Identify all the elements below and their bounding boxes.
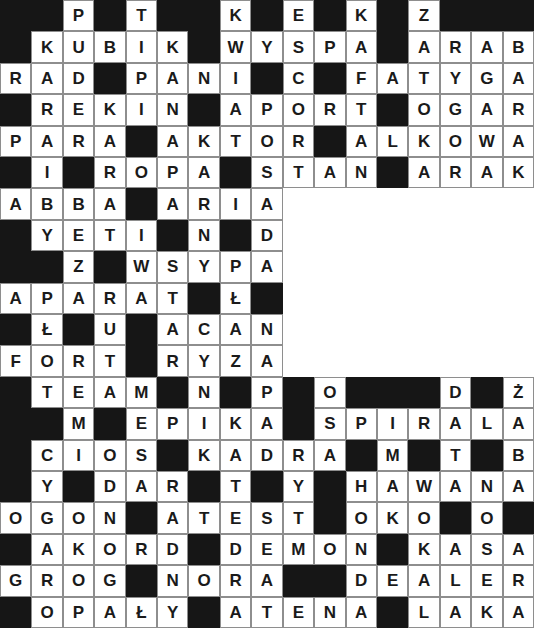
- letter-cell[interactable]: P: [314, 31, 345, 62]
- letter-cell[interactable]: A: [157, 502, 188, 533]
- void-area: [346, 251, 377, 282]
- letter-cell[interactable]: L: [471, 408, 502, 439]
- black-cell: [440, 0, 471, 31]
- letter-cell[interactable]: K: [408, 126, 439, 157]
- void-area: [471, 345, 502, 376]
- letter-cell[interactable]: A: [314, 440, 345, 471]
- letter-cell[interactable]: A: [220, 440, 251, 471]
- letter-cell[interactable]: Z: [220, 345, 251, 376]
- letter-cell[interactable]: S: [314, 408, 345, 439]
- void-area: [408, 220, 439, 251]
- letter-cell[interactable]: S: [471, 534, 502, 565]
- letter-cell[interactable]: W: [408, 471, 439, 502]
- void-area: [377, 188, 408, 219]
- letter-cell[interactable]: E: [63, 94, 94, 125]
- letter-cell[interactable]: D: [251, 440, 282, 471]
- letter-cell[interactable]: K: [346, 0, 377, 31]
- void-area: [377, 283, 408, 314]
- letter-cell[interactable]: D: [63, 63, 94, 94]
- letter-cell[interactable]: A: [157, 188, 188, 219]
- letter-cell[interactable]: A: [408, 157, 439, 188]
- letter-cell[interactable]: A: [251, 251, 282, 282]
- letter-cell[interactable]: A: [31, 63, 62, 94]
- void-area: [503, 314, 534, 345]
- letter-cell[interactable]: K: [408, 534, 439, 565]
- void-area: [440, 188, 471, 219]
- void-area: [346, 314, 377, 345]
- letter-cell[interactable]: E: [283, 0, 314, 31]
- black-cell: [377, 377, 408, 408]
- black-cell: [94, 63, 125, 94]
- black-cell: [188, 31, 219, 62]
- letter-cell[interactable]: R: [63, 126, 94, 157]
- letter-cell[interactable]: I: [63, 440, 94, 471]
- letter-cell[interactable]: A: [440, 534, 471, 565]
- letter-cell[interactable]: A: [440, 597, 471, 628]
- letter-cell[interactable]: A: [0, 188, 31, 219]
- letter-cell[interactable]: A: [503, 471, 534, 502]
- letter-cell[interactable]: P: [31, 283, 62, 314]
- letter-cell[interactable]: E: [220, 502, 251, 533]
- void-area: [377, 314, 408, 345]
- letter-cell[interactable]: N: [188, 377, 219, 408]
- letter-cell[interactable]: Z: [408, 0, 439, 31]
- letter-cell[interactable]: S: [157, 251, 188, 282]
- letter-cell[interactable]: A: [157, 63, 188, 94]
- letter-cell[interactable]: A: [94, 597, 125, 628]
- letter-cell[interactable]: B: [31, 188, 62, 219]
- black-cell: [188, 471, 219, 502]
- letter-cell[interactable]: A: [503, 126, 534, 157]
- letter-cell[interactable]: O: [63, 502, 94, 533]
- void-area: [283, 188, 314, 219]
- letter-cell[interactable]: G: [31, 502, 62, 533]
- letter-cell[interactable]: R: [440, 31, 471, 62]
- letter-cell[interactable]: B: [503, 31, 534, 62]
- letter-cell[interactable]: P: [251, 94, 282, 125]
- letter-cell[interactable]: P: [157, 408, 188, 439]
- letter-cell[interactable]: T: [94, 220, 125, 251]
- letter-cell[interactable]: O: [31, 597, 62, 628]
- letter-cell[interactable]: R: [157, 345, 188, 376]
- letter-cell[interactable]: C: [31, 440, 62, 471]
- letter-cell[interactable]: Z: [63, 251, 94, 282]
- void-area: [440, 314, 471, 345]
- void-area: [408, 314, 439, 345]
- letter-cell[interactable]: A: [471, 157, 502, 188]
- letter-cell[interactable]: T: [188, 502, 219, 533]
- black-cell: [157, 0, 188, 31]
- letter-cell[interactable]: R: [157, 471, 188, 502]
- letter-cell[interactable]: Ł: [126, 597, 157, 628]
- letter-cell[interactable]: G: [471, 63, 502, 94]
- letter-cell[interactable]: T: [220, 471, 251, 502]
- letter-cell[interactable]: P: [63, 0, 94, 31]
- black-cell: [31, 251, 62, 282]
- void-area: [314, 220, 345, 251]
- black-cell: [346, 377, 377, 408]
- black-cell: [251, 63, 282, 94]
- letter-cell[interactable]: A: [220, 597, 251, 628]
- letter-cell[interactable]: O: [408, 502, 439, 533]
- letter-cell[interactable]: Y: [440, 63, 471, 94]
- black-cell: [346, 440, 377, 471]
- letter-cell[interactable]: K: [220, 408, 251, 439]
- void-area: [346, 283, 377, 314]
- letter-cell[interactable]: T: [251, 597, 282, 628]
- letter-cell[interactable]: A: [503, 534, 534, 565]
- letter-cell[interactable]: Y: [251, 31, 282, 62]
- letter-cell[interactable]: T: [157, 283, 188, 314]
- letter-cell[interactable]: A: [157, 126, 188, 157]
- letter-cell[interactable]: O: [346, 502, 377, 533]
- black-cell: [408, 440, 439, 471]
- letter-cell[interactable]: I: [220, 63, 251, 94]
- letter-cell[interactable]: Y: [283, 471, 314, 502]
- letter-cell[interactable]: K: [188, 440, 219, 471]
- letter-cell[interactable]: I: [188, 408, 219, 439]
- letter-cell[interactable]: O: [251, 126, 282, 157]
- letter-cell[interactable]: Y: [188, 251, 219, 282]
- letter-cell[interactable]: Y: [31, 220, 62, 251]
- letter-cell[interactable]: A: [503, 63, 534, 94]
- letter-cell[interactable]: L: [440, 565, 471, 596]
- letter-cell[interactable]: N: [94, 502, 125, 533]
- letter-cell[interactable]: A: [251, 565, 282, 596]
- letter-cell[interactable]: L: [408, 597, 439, 628]
- letter-cell[interactable]: A: [251, 188, 282, 219]
- letter-cell[interactable]: W: [220, 31, 251, 62]
- letter-cell[interactable]: E: [471, 565, 502, 596]
- letter-cell[interactable]: H: [346, 471, 377, 502]
- letter-cell[interactable]: R: [94, 157, 125, 188]
- letter-cell[interactable]: E: [251, 534, 282, 565]
- letter-cell[interactable]: N: [346, 534, 377, 565]
- letter-cell[interactable]: A: [440, 408, 471, 439]
- black-cell: [283, 565, 314, 596]
- letter-cell[interactable]: Y: [188, 345, 219, 376]
- letter-cell[interactable]: D: [251, 220, 282, 251]
- letter-cell[interactable]: R: [440, 157, 471, 188]
- letter-cell[interactable]: F: [346, 63, 377, 94]
- letter-cell[interactable]: I: [31, 157, 62, 188]
- letter-cell[interactable]: A: [440, 471, 471, 502]
- letter-cell[interactable]: K: [157, 31, 188, 62]
- black-cell: [0, 31, 31, 62]
- letter-cell[interactable]: T: [31, 377, 62, 408]
- letter-cell[interactable]: N: [188, 220, 219, 251]
- letter-cell[interactable]: N: [157, 94, 188, 125]
- black-cell: [0, 251, 31, 282]
- letter-cell[interactable]: O: [94, 440, 125, 471]
- letter-cell[interactable]: A: [377, 63, 408, 94]
- black-cell: [220, 377, 251, 408]
- letter-cell[interactable]: T: [94, 345, 125, 376]
- letter-cell[interactable]: T: [283, 502, 314, 533]
- letter-cell[interactable]: A: [346, 126, 377, 157]
- void-area: [440, 345, 471, 376]
- black-cell: [377, 31, 408, 62]
- void-area: [377, 220, 408, 251]
- black-cell: [220, 157, 251, 188]
- letter-cell[interactable]: M: [63, 408, 94, 439]
- letter-cell[interactable]: N: [346, 157, 377, 188]
- letter-cell[interactable]: S: [283, 31, 314, 62]
- letter-cell[interactable]: C: [188, 314, 219, 345]
- letter-cell[interactable]: A: [94, 126, 125, 157]
- void-area: [346, 220, 377, 251]
- black-cell: [31, 0, 62, 31]
- letter-cell[interactable]: P: [346, 408, 377, 439]
- letter-cell[interactable]: G: [0, 565, 31, 596]
- letter-cell[interactable]: A: [314, 157, 345, 188]
- letter-cell[interactable]: P: [251, 377, 282, 408]
- letter-cell[interactable]: A: [94, 188, 125, 219]
- letter-cell[interactable]: I: [126, 94, 157, 125]
- letter-cell[interactable]: S: [251, 157, 282, 188]
- black-cell: [126, 565, 157, 596]
- black-cell: [471, 377, 502, 408]
- letter-cell[interactable]: U: [63, 31, 94, 62]
- black-cell: [251, 471, 282, 502]
- letter-cell[interactable]: R: [503, 94, 534, 125]
- letter-cell[interactable]: N: [314, 597, 345, 628]
- letter-cell[interactable]: N: [188, 63, 219, 94]
- letter-cell[interactable]: R: [31, 565, 62, 596]
- letter-cell[interactable]: D: [157, 534, 188, 565]
- letter-cell[interactable]: K: [220, 0, 251, 31]
- letter-cell[interactable]: Ł: [220, 283, 251, 314]
- letter-cell[interactable]: I: [126, 220, 157, 251]
- letter-cell[interactable]: W: [471, 126, 502, 157]
- letter-cell[interactable]: K: [377, 502, 408, 533]
- letter-cell[interactable]: D: [440, 377, 471, 408]
- letter-cell[interactable]: G: [94, 565, 125, 596]
- letter-cell[interactable]: R: [408, 408, 439, 439]
- black-cell: [188, 597, 219, 628]
- letter-cell[interactable]: A: [94, 377, 125, 408]
- black-cell: [94, 408, 125, 439]
- void-area: [377, 345, 408, 376]
- letter-cell[interactable]: O: [440, 126, 471, 157]
- letter-cell[interactable]: A: [503, 408, 534, 439]
- letter-cell[interactable]: R: [188, 188, 219, 219]
- letter-cell[interactable]: M: [377, 440, 408, 471]
- black-cell: [0, 314, 31, 345]
- black-cell: [0, 377, 31, 408]
- black-cell: [126, 345, 157, 376]
- letter-cell[interactable]: C: [283, 63, 314, 94]
- letter-cell[interactable]: A: [251, 345, 282, 376]
- letter-cell[interactable]: I: [377, 408, 408, 439]
- letter-cell[interactable]: U: [94, 314, 125, 345]
- letter-cell[interactable]: T: [220, 126, 251, 157]
- letter-cell[interactable]: O: [314, 534, 345, 565]
- void-area: [408, 251, 439, 282]
- letter-cell[interactable]: T: [440, 440, 471, 471]
- black-cell: [377, 0, 408, 31]
- letter-cell[interactable]: N: [157, 565, 188, 596]
- letter-cell[interactable]: Y: [157, 597, 188, 628]
- letter-cell[interactable]: A: [408, 31, 439, 62]
- void-area: [314, 345, 345, 376]
- letter-cell[interactable]: A: [251, 408, 282, 439]
- letter-cell[interactable]: I: [126, 31, 157, 62]
- letter-cell[interactable]: B: [63, 188, 94, 219]
- letter-cell[interactable]: A: [220, 94, 251, 125]
- letter-cell[interactable]: B: [503, 440, 534, 471]
- letter-cell[interactable]: A: [220, 314, 251, 345]
- letter-cell[interactable]: O: [408, 94, 439, 125]
- void-area: [408, 283, 439, 314]
- black-cell: [283, 377, 314, 408]
- letter-cell[interactable]: R: [220, 565, 251, 596]
- letter-cell[interactable]: M: [126, 377, 157, 408]
- letter-cell[interactable]: Ł: [31, 314, 62, 345]
- letter-cell[interactable]: O: [126, 157, 157, 188]
- letter-cell[interactable]: K: [94, 94, 125, 125]
- letter-cell[interactable]: P: [126, 63, 157, 94]
- letter-cell[interactable]: D: [220, 534, 251, 565]
- letter-cell[interactable]: A: [346, 597, 377, 628]
- letter-cell[interactable]: K: [63, 534, 94, 565]
- letter-cell[interactable]: A: [346, 31, 377, 62]
- black-cell: [471, 0, 502, 31]
- void-area: [346, 345, 377, 376]
- black-cell: [188, 534, 219, 565]
- black-cell: [408, 377, 439, 408]
- letter-cell[interactable]: N: [471, 471, 502, 502]
- black-cell: [0, 94, 31, 125]
- letter-cell[interactable]: A: [63, 283, 94, 314]
- letter-cell[interactable]: O: [471, 502, 502, 533]
- letter-cell[interactable]: M: [283, 534, 314, 565]
- letter-cell[interactable]: B: [94, 31, 125, 62]
- letter-cell[interactable]: A: [126, 471, 157, 502]
- letter-cell[interactable]: A: [157, 314, 188, 345]
- letter-cell[interactable]: R: [283, 440, 314, 471]
- letter-cell[interactable]: R: [94, 283, 125, 314]
- letter-cell[interactable]: F: [0, 345, 31, 376]
- black-cell: [0, 220, 31, 251]
- black-cell: [188, 0, 219, 31]
- black-cell: [126, 126, 157, 157]
- letter-cell[interactable]: R: [126, 534, 157, 565]
- black-cell: [63, 157, 94, 188]
- letter-cell[interactable]: Ż: [503, 377, 534, 408]
- void-area: [408, 345, 439, 376]
- letter-cell[interactable]: P: [63, 597, 94, 628]
- void-area: [440, 251, 471, 282]
- letter-cell[interactable]: A: [126, 283, 157, 314]
- void-area: [471, 251, 502, 282]
- black-cell: [157, 220, 188, 251]
- letter-cell[interactable]: L: [377, 126, 408, 157]
- letter-cell[interactable]: A: [408, 565, 439, 596]
- letter-cell[interactable]: Y: [31, 471, 62, 502]
- letter-cell[interactable]: A: [377, 471, 408, 502]
- black-cell: [314, 63, 345, 94]
- black-cell: [0, 534, 31, 565]
- letter-cell[interactable]: A: [31, 534, 62, 565]
- letter-cell[interactable]: R: [314, 94, 345, 125]
- letter-cell[interactable]: P: [220, 251, 251, 282]
- letter-cell[interactable]: E: [63, 377, 94, 408]
- letter-cell[interactable]: T: [408, 63, 439, 94]
- letter-cell[interactable]: N: [251, 314, 282, 345]
- letter-cell[interactable]: K: [471, 597, 502, 628]
- void-area: [408, 188, 439, 219]
- letter-cell[interactable]: K: [503, 157, 534, 188]
- letter-cell[interactable]: S: [126, 440, 157, 471]
- letter-cell[interactable]: R: [0, 63, 31, 94]
- letter-cell[interactable]: R: [31, 94, 62, 125]
- letter-cell[interactable]: A: [0, 283, 31, 314]
- letter-cell[interactable]: D: [94, 471, 125, 502]
- letter-cell[interactable]: O: [94, 534, 125, 565]
- letter-cell[interactable]: O: [63, 565, 94, 596]
- letter-cell[interactable]: W: [126, 251, 157, 282]
- black-cell: [63, 314, 94, 345]
- letter-cell[interactable]: E: [283, 597, 314, 628]
- letter-cell[interactable]: P: [0, 126, 31, 157]
- letter-cell[interactable]: E: [377, 565, 408, 596]
- black-cell: [314, 565, 345, 596]
- letter-cell[interactable]: T: [126, 0, 157, 31]
- void-area: [471, 220, 502, 251]
- letter-cell[interactable]: O: [188, 565, 219, 596]
- black-cell: [314, 471, 345, 502]
- letter-cell[interactable]: S: [251, 502, 282, 533]
- letter-cell[interactable]: A: [31, 126, 62, 157]
- letter-cell[interactable]: T: [283, 157, 314, 188]
- letter-cell[interactable]: R: [283, 126, 314, 157]
- black-cell: [188, 94, 219, 125]
- letter-cell[interactable]: E: [126, 408, 157, 439]
- black-cell: [94, 251, 125, 282]
- letter-cell[interactable]: I: [220, 188, 251, 219]
- letter-cell[interactable]: A: [471, 94, 502, 125]
- black-cell: [126, 502, 157, 533]
- black-cell: [503, 502, 534, 533]
- void-area: [283, 283, 314, 314]
- letter-cell[interactable]: O: [283, 94, 314, 125]
- black-cell: [377, 597, 408, 628]
- letter-cell[interactable]: O: [31, 345, 62, 376]
- black-cell: [251, 283, 282, 314]
- letter-cell[interactable]: A: [188, 157, 219, 188]
- letter-cell[interactable]: A: [503, 597, 534, 628]
- letter-cell[interactable]: O: [314, 377, 345, 408]
- black-cell: [0, 408, 31, 439]
- black-cell: [377, 94, 408, 125]
- letter-cell[interactable]: D: [346, 565, 377, 596]
- letter-cell[interactable]: P: [157, 157, 188, 188]
- letter-cell[interactable]: R: [63, 345, 94, 376]
- letter-cell[interactable]: T: [346, 94, 377, 125]
- letter-cell[interactable]: A: [471, 31, 502, 62]
- black-cell: [0, 440, 31, 471]
- letter-cell[interactable]: G: [440, 94, 471, 125]
- letter-cell[interactable]: K: [188, 126, 219, 157]
- letter-cell[interactable]: K: [31, 31, 62, 62]
- letter-cell[interactable]: E: [63, 220, 94, 251]
- void-area: [314, 314, 345, 345]
- void-area: [503, 345, 534, 376]
- letter-cell[interactable]: O: [0, 502, 31, 533]
- void-area: [283, 314, 314, 345]
- letter-cell[interactable]: R: [503, 565, 534, 596]
